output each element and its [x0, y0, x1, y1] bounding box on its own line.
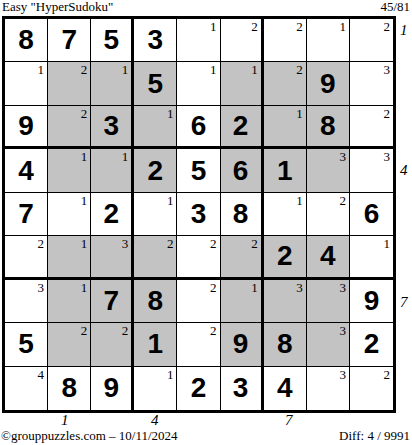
- given-digit: 2: [364, 330, 380, 358]
- pencil-mark: 1: [210, 19, 217, 34]
- pencil-mark: 3: [38, 280, 45, 295]
- cell-r9c1[interactable]: 4: [5, 367, 48, 410]
- pencil-mark: 3: [383, 149, 390, 164]
- cell-r8c6[interactable]: 9: [221, 323, 264, 366]
- difficulty-rating: Diff: 4 / 9991: [339, 428, 412, 445]
- given-digit: 6: [191, 112, 207, 140]
- given-digit: 9: [320, 70, 336, 98]
- cell-r3c4[interactable]: 1: [134, 106, 177, 149]
- cell-r5c3[interactable]: 2: [91, 193, 134, 236]
- pencil-mark: 2: [122, 323, 129, 338]
- cell-r5c1[interactable]: 7: [5, 193, 48, 236]
- pencil-mark: 2: [210, 236, 217, 251]
- pencil-mark: 2: [251, 19, 258, 34]
- pencil-mark: 3: [339, 323, 346, 338]
- cell-r5c4[interactable]: 1: [134, 193, 177, 236]
- given-digit: 1: [148, 330, 164, 358]
- cell-r6c3[interactable]: 3: [91, 236, 134, 279]
- cell-r1c4[interactable]: 3: [134, 19, 177, 62]
- pencil-mark: 2: [38, 236, 45, 251]
- pencil-mark: 2: [296, 62, 303, 77]
- given-digit: 8: [233, 200, 249, 228]
- given-digit: 2: [233, 112, 249, 140]
- given-digit: 3: [103, 112, 119, 140]
- cell-r8c2[interactable]: 2: [48, 323, 91, 366]
- pencil-mark: 2: [81, 323, 88, 338]
- cell-r3c8[interactable]: 8: [307, 106, 350, 149]
- cell-r4c3[interactable]: 1: [91, 149, 134, 192]
- cell-r3c6[interactable]: 2: [221, 106, 264, 149]
- pencil-mark: 1: [251, 280, 258, 295]
- pencil-mark: 2: [383, 106, 390, 121]
- row-label-4: 4: [400, 163, 408, 178]
- pencil-mark: 4: [38, 367, 45, 382]
- cell-r7c8[interactable]: 3: [307, 280, 350, 323]
- given-digit: 7: [103, 287, 119, 315]
- given-digit: 9: [233, 330, 249, 358]
- given-digit: 2: [277, 242, 293, 270]
- cell-r7c1[interactable]: 3: [5, 280, 48, 323]
- given-digit: 8: [148, 287, 164, 315]
- cell-r9c9[interactable]: 2: [350, 367, 393, 410]
- pencil-mark: 1: [38, 62, 45, 77]
- pencil-mark: 1: [81, 236, 88, 251]
- given-digit: 6: [233, 157, 249, 185]
- cell-r8c3[interactable]: 2: [91, 323, 134, 366]
- cell-r6c4[interactable]: 2: [134, 236, 177, 279]
- pencil-mark: 1: [339, 19, 346, 34]
- pencil-mark: 2: [296, 19, 303, 34]
- pencil-mark: 2: [251, 236, 258, 251]
- cell-r8c8[interactable]: 3: [307, 323, 350, 366]
- given-digit: 7: [61, 26, 77, 54]
- given-digit: 9: [103, 374, 119, 402]
- given-digit: 9: [18, 112, 34, 140]
- pencil-mark: 1: [167, 367, 174, 382]
- cell-r3c3[interactable]: 3: [91, 106, 134, 149]
- col-label-4: 4: [151, 413, 159, 428]
- cell-r7c4[interactable]: 8: [134, 280, 177, 323]
- cell-r9c5[interactable]: 2: [177, 367, 220, 410]
- cell-r4c2[interactable]: 1: [48, 149, 91, 192]
- pencil-mark: 2: [210, 323, 217, 338]
- cell-r1c2[interactable]: 7: [48, 19, 91, 62]
- header: Easy "HyperSudoku" 45/81: [0, 0, 412, 15]
- given-digit: 8: [61, 374, 77, 402]
- cell-r2c9[interactable]: 3: [350, 62, 393, 105]
- cell-r3c5[interactable]: 6: [177, 106, 220, 149]
- row-label-1: 1: [400, 23, 408, 38]
- pencil-mark: 2: [210, 280, 217, 295]
- cell-r8c9[interactable]: 2: [350, 323, 393, 366]
- pencil-mark: 3: [339, 149, 346, 164]
- cell-r9c4[interactable]: 1: [134, 367, 177, 410]
- cell-r1c8[interactable]: 1: [307, 19, 350, 62]
- pencil-mark: 1: [296, 193, 303, 208]
- cell-r1c1[interactable]: 8: [5, 19, 48, 62]
- given-digit: 8: [277, 330, 293, 358]
- cell-r4c8[interactable]: 3: [307, 149, 350, 192]
- cell-r2c2[interactable]: 2: [48, 62, 91, 105]
- pencil-mark: 2: [339, 193, 346, 208]
- pencil-mark: 2: [383, 367, 390, 382]
- given-digit: 8: [320, 112, 336, 140]
- cell-r9c6[interactable]: 3: [221, 367, 264, 410]
- cell-r2c4[interactable]: 5: [134, 62, 177, 105]
- cell-r3c9[interactable]: 2: [350, 106, 393, 149]
- cell-r4c5[interactable]: 5: [177, 149, 220, 192]
- pencil-mark: 1: [210, 62, 217, 77]
- cell-r5c7[interactable]: 1: [264, 193, 307, 236]
- cell-r7c6[interactable]: 1: [221, 280, 264, 323]
- pencil-mark: 1: [167, 106, 174, 121]
- given-digit: 9: [364, 287, 380, 315]
- pencil-mark: 1: [81, 280, 88, 295]
- given-digit: 5: [18, 330, 34, 358]
- cell-r1c9[interactable]: 2: [350, 19, 393, 62]
- cell-r4c6[interactable]: 6: [221, 149, 264, 192]
- cell-r4c4[interactable]: 2: [134, 149, 177, 192]
- cell-r4c1[interactable]: 4: [5, 149, 48, 192]
- pencil-mark: 1: [81, 149, 88, 164]
- given-digit: 3: [191, 200, 207, 228]
- pencil-mark: 2: [383, 19, 390, 34]
- copyright-date: ©grouppuzzles.com – 10/11/2024: [0, 428, 178, 445]
- cell-r1c3[interactable]: 5: [91, 19, 134, 62]
- given-digit: 4: [277, 374, 293, 402]
- cell-r8c1[interactable]: 5: [5, 323, 48, 366]
- given-digit: 8: [18, 26, 34, 54]
- cell-r2c5[interactable]: 1: [177, 62, 220, 105]
- cell-r9c3[interactable]: 9: [91, 367, 134, 410]
- pencil-mark: 1: [251, 62, 258, 77]
- cell-r4c7[interactable]: 1: [264, 149, 307, 192]
- cell-r6c9[interactable]: 1: [350, 236, 393, 279]
- given-digit: 5: [103, 26, 119, 54]
- cell-r1c5[interactable]: 1: [177, 19, 220, 62]
- pencil-mark: 3: [339, 367, 346, 382]
- cell-r3c7[interactable]: 1: [264, 106, 307, 149]
- pencil-mark: 3: [122, 236, 129, 251]
- pencil-mark: 3: [383, 62, 390, 77]
- given-digit: 5: [191, 157, 207, 185]
- cell-r6c1[interactable]: 2: [5, 236, 48, 279]
- puzzle-title: Easy "HyperSudoku": [0, 0, 113, 14]
- given-digit: 7: [18, 200, 34, 228]
- given-digit: 2: [103, 200, 119, 228]
- pencil-mark: 3: [296, 280, 303, 295]
- pencil-mark: 1: [296, 106, 303, 121]
- cell-r7c3[interactable]: 7: [91, 280, 134, 323]
- cell-r6c7[interactable]: 2: [264, 236, 307, 279]
- cell-r7c7[interactable]: 3: [264, 280, 307, 323]
- cell-r9c7[interactable]: 4: [264, 367, 307, 410]
- given-digit: 3: [233, 374, 249, 402]
- cell-r2c7[interactable]: 2: [264, 62, 307, 105]
- pencil-mark: 1: [122, 149, 129, 164]
- given-digit: 2: [191, 374, 207, 402]
- pencil-mark: 2: [81, 106, 88, 121]
- cell-r5c2[interactable]: 1: [48, 193, 91, 236]
- cell-r9c2[interactable]: 8: [48, 367, 91, 410]
- pencil-mark: 1: [122, 62, 129, 77]
- given-digit: 5: [148, 70, 164, 98]
- given-digit: 4: [320, 242, 336, 270]
- cell-r9c8[interactable]: 3: [307, 367, 350, 410]
- hypersudoku-board: 8753122121215112939231621824112561337121…: [2, 16, 396, 413]
- cell-r2c3[interactable]: 1: [91, 62, 134, 105]
- cell-r6c5[interactable]: 2: [177, 236, 220, 279]
- cell-r2c6[interactable]: 1: [221, 62, 264, 105]
- given-digit: 6: [364, 200, 380, 228]
- cell-r5c6[interactable]: 8: [221, 193, 264, 236]
- col-label-1: 1: [61, 413, 69, 428]
- pencil-mark: 1: [167, 193, 174, 208]
- cell-r6c2[interactable]: 1: [48, 236, 91, 279]
- footer: ©grouppuzzles.com – 10/11/2024 Diff: 4 /…: [0, 428, 412, 445]
- cell-r7c2[interactable]: 1: [48, 280, 91, 323]
- given-digit: 3: [148, 26, 164, 54]
- cell-r5c8[interactable]: 2: [307, 193, 350, 236]
- cell-r5c9[interactable]: 6: [350, 193, 393, 236]
- col-label-7: 7: [285, 413, 293, 428]
- cell-r6c8[interactable]: 4: [307, 236, 350, 279]
- cell-r3c1[interactable]: 9: [5, 106, 48, 149]
- pencil-mark: 3: [339, 280, 346, 295]
- cells-remaining-counter: 45/81: [380, 0, 412, 14]
- cell-r7c9[interactable]: 9: [350, 280, 393, 323]
- pencil-mark: 1: [81, 193, 88, 208]
- cell-r1c7[interactable]: 2: [264, 19, 307, 62]
- pencil-mark: 2: [81, 62, 88, 77]
- cell-r4c9[interactable]: 3: [350, 149, 393, 192]
- cell-r7c5[interactable]: 2: [177, 280, 220, 323]
- cell-r1c6[interactable]: 2: [221, 19, 264, 62]
- cell-r3c2[interactable]: 2: [48, 106, 91, 149]
- given-digit: 4: [18, 157, 34, 185]
- given-digit: 2: [148, 157, 164, 185]
- cell-r8c7[interactable]: 8: [264, 323, 307, 366]
- pencil-mark: 1: [383, 236, 390, 251]
- cell-r8c5[interactable]: 2: [177, 323, 220, 366]
- cell-r8c4[interactable]: 1: [134, 323, 177, 366]
- cell-r5c5[interactable]: 3: [177, 193, 220, 236]
- given-digit: 1: [277, 157, 293, 185]
- cell-r2c1[interactable]: 1: [5, 62, 48, 105]
- pencil-mark: 2: [167, 236, 174, 251]
- cell-r6c6[interactable]: 2: [221, 236, 264, 279]
- row-label-7: 7: [400, 295, 408, 310]
- cell-r2c8[interactable]: 9: [307, 62, 350, 105]
